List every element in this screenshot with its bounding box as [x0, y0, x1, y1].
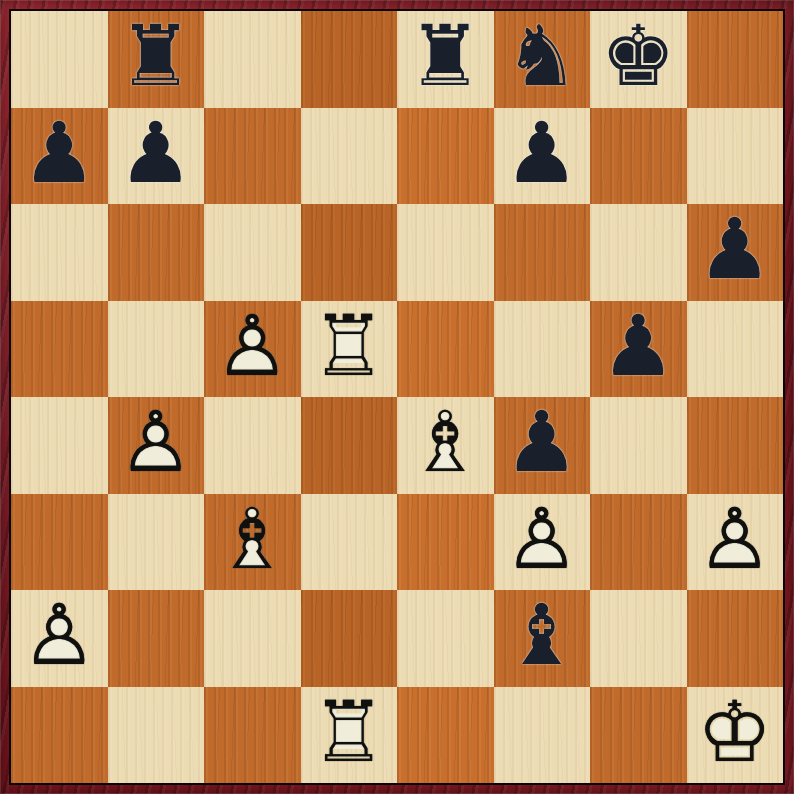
- piece-black-king[interactable]: ♚: [590, 11, 687, 108]
- square-e1[interactable]: [397, 687, 494, 784]
- black-rook-glyph: ♜: [408, 14, 483, 98]
- piece-white-pawn[interactable]: ♟♙: [687, 494, 784, 591]
- square-a3[interactable]: [11, 494, 108, 591]
- square-c8[interactable]: [204, 11, 301, 108]
- piece-white-pawn[interactable]: ♟♙: [108, 397, 205, 494]
- square-e3[interactable]: [397, 494, 494, 591]
- square-g6[interactable]: [590, 204, 687, 301]
- piece-black-knight[interactable]: ♞: [494, 11, 591, 108]
- square-c6[interactable]: [204, 204, 301, 301]
- white-pawn-outline-glyph: ♙: [504, 497, 579, 581]
- black-pawn-glyph: ♟: [22, 111, 97, 195]
- square-d3[interactable]: [301, 494, 398, 591]
- square-d1[interactable]: ♜♖: [301, 687, 398, 784]
- chess-board: ♜♜♞♚♟♟♟♟♟♙♜♖♟♟♙♝♗♟♝♗♟♙♟♙♟♙♝♜♖♚♔: [0, 0, 794, 794]
- piece-black-pawn[interactable]: ♟: [687, 204, 784, 301]
- square-b4[interactable]: ♟♙: [108, 397, 205, 494]
- square-c3[interactable]: ♝♗: [204, 494, 301, 591]
- black-pawn-glyph: ♟: [504, 111, 579, 195]
- piece-black-pawn[interactable]: ♟: [590, 301, 687, 398]
- square-d6[interactable]: [301, 204, 398, 301]
- black-king-glyph: ♚: [601, 14, 676, 98]
- square-g3[interactable]: [590, 494, 687, 591]
- piece-white-bishop[interactable]: ♝♗: [397, 397, 494, 494]
- white-king-outline-glyph: ♔: [697, 690, 772, 774]
- piece-white-bishop[interactable]: ♝♗: [204, 494, 301, 591]
- square-a2[interactable]: ♟♙: [11, 590, 108, 687]
- square-e6[interactable]: [397, 204, 494, 301]
- square-d4[interactable]: [301, 397, 398, 494]
- square-d8[interactable]: [301, 11, 398, 108]
- white-bishop-outline-glyph: ♗: [215, 497, 290, 581]
- piece-black-pawn[interactable]: ♟: [494, 108, 591, 205]
- square-b8[interactable]: ♜: [108, 11, 205, 108]
- square-h7[interactable]: [687, 108, 784, 205]
- piece-white-rook[interactable]: ♜♖: [301, 301, 398, 398]
- square-a6[interactable]: [11, 204, 108, 301]
- square-g4[interactable]: [590, 397, 687, 494]
- square-e5[interactable]: [397, 301, 494, 398]
- square-c7[interactable]: [204, 108, 301, 205]
- square-b5[interactable]: [108, 301, 205, 398]
- white-rook-outline-glyph: ♖: [311, 304, 386, 388]
- square-c5[interactable]: ♟♙: [204, 301, 301, 398]
- square-d7[interactable]: [301, 108, 398, 205]
- piece-white-rook[interactable]: ♜♖: [301, 687, 398, 784]
- square-f5[interactable]: [494, 301, 591, 398]
- piece-black-rook[interactable]: ♜: [108, 11, 205, 108]
- black-rook-glyph: ♜: [118, 14, 193, 98]
- square-f8[interactable]: ♞: [494, 11, 591, 108]
- white-pawn-outline-glyph: ♙: [697, 497, 772, 581]
- square-f1[interactable]: [494, 687, 591, 784]
- piece-white-pawn[interactable]: ♟♙: [11, 590, 108, 687]
- piece-white-pawn[interactable]: ♟♙: [204, 301, 301, 398]
- piece-black-pawn[interactable]: ♟: [11, 108, 108, 205]
- square-f3[interactable]: ♟♙: [494, 494, 591, 591]
- square-e2[interactable]: [397, 590, 494, 687]
- piece-black-bishop[interactable]: ♝: [494, 590, 591, 687]
- piece-white-king[interactable]: ♚♔: [687, 687, 784, 784]
- white-rook-outline-glyph: ♖: [311, 690, 386, 774]
- white-bishop-outline-glyph: ♗: [408, 400, 483, 484]
- black-bishop-glyph: ♝: [504, 593, 579, 677]
- square-h8[interactable]: [687, 11, 784, 108]
- white-pawn-outline-glyph: ♙: [118, 400, 193, 484]
- square-h1[interactable]: ♚♔: [687, 687, 784, 784]
- square-d2[interactable]: [301, 590, 398, 687]
- square-g8[interactable]: ♚: [590, 11, 687, 108]
- square-c1[interactable]: [204, 687, 301, 784]
- square-g1[interactable]: [590, 687, 687, 784]
- black-pawn-glyph: ♟: [504, 400, 579, 484]
- square-h3[interactable]: ♟♙: [687, 494, 784, 591]
- black-knight-glyph: ♞: [504, 14, 579, 98]
- square-a4[interactable]: [11, 397, 108, 494]
- square-a7[interactable]: ♟: [11, 108, 108, 205]
- square-h2[interactable]: [687, 590, 784, 687]
- white-pawn-outline-glyph: ♙: [215, 304, 290, 388]
- board-grid: ♜♜♞♚♟♟♟♟♟♙♜♖♟♟♙♝♗♟♝♗♟♙♟♙♟♙♝♜♖♚♔: [9, 9, 785, 785]
- square-h5[interactable]: [687, 301, 784, 398]
- square-f4[interactable]: ♟: [494, 397, 591, 494]
- square-b7[interactable]: ♟: [108, 108, 205, 205]
- black-pawn-glyph: ♟: [118, 111, 193, 195]
- square-g5[interactable]: ♟: [590, 301, 687, 398]
- square-f2[interactable]: ♝: [494, 590, 591, 687]
- square-b6[interactable]: [108, 204, 205, 301]
- square-a5[interactable]: [11, 301, 108, 398]
- piece-black-pawn[interactable]: ♟: [108, 108, 205, 205]
- square-g2[interactable]: [590, 590, 687, 687]
- white-pawn-outline-glyph: ♙: [22, 593, 97, 677]
- square-h4[interactable]: [687, 397, 784, 494]
- square-e8[interactable]: ♜: [397, 11, 494, 108]
- square-c2[interactable]: [204, 590, 301, 687]
- square-g7[interactable]: [590, 108, 687, 205]
- piece-black-rook[interactable]: ♜: [397, 11, 494, 108]
- square-a8[interactable]: [11, 11, 108, 108]
- black-pawn-glyph: ♟: [601, 304, 676, 388]
- piece-black-pawn[interactable]: ♟: [494, 397, 591, 494]
- square-b2[interactable]: [108, 590, 205, 687]
- square-f6[interactable]: [494, 204, 591, 301]
- square-e7[interactable]: [397, 108, 494, 205]
- piece-white-pawn[interactable]: ♟♙: [494, 494, 591, 591]
- square-c4[interactable]: [204, 397, 301, 494]
- square-h6[interactable]: ♟: [687, 204, 784, 301]
- square-e4[interactable]: ♝♗: [397, 397, 494, 494]
- square-d5[interactable]: ♜♖: [301, 301, 398, 398]
- black-pawn-glyph: ♟: [697, 207, 772, 291]
- square-a1[interactable]: [11, 687, 108, 784]
- square-b3[interactable]: [108, 494, 205, 591]
- square-b1[interactable]: [108, 687, 205, 784]
- square-f7[interactable]: ♟: [494, 108, 591, 205]
